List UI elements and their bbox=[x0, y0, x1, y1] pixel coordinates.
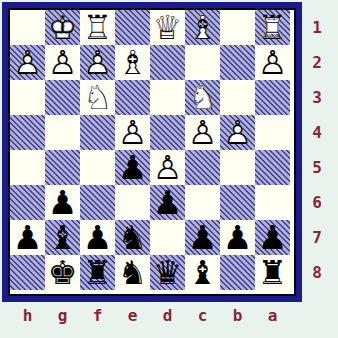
white-king: ♔ bbox=[45, 10, 80, 45]
white-pawn: ♙ bbox=[255, 45, 290, 80]
square-g6[interactable]: ♟ bbox=[45, 185, 80, 220]
rank-label-2: 2 bbox=[308, 45, 326, 80]
square-g7[interactable]: ♝ bbox=[45, 220, 80, 255]
black-pawn: ♟ bbox=[10, 220, 45, 255]
black-bishop: ♝ bbox=[185, 255, 220, 290]
square-d4[interactable] bbox=[150, 115, 185, 150]
white-pawn-fill: ♟ bbox=[255, 45, 290, 80]
square-f4[interactable] bbox=[80, 115, 115, 150]
white-bishop-fill: ♝ bbox=[115, 45, 150, 80]
white-pawn: ♙ bbox=[115, 115, 150, 150]
square-b6[interactable] bbox=[220, 185, 255, 220]
file-label-h: h bbox=[10, 305, 45, 327]
square-c5[interactable] bbox=[185, 150, 220, 185]
black-queen: ♛ bbox=[150, 255, 185, 290]
white-pawn: ♙ bbox=[45, 45, 80, 80]
square-h7[interactable]: ♟ bbox=[10, 220, 45, 255]
square-g5[interactable] bbox=[45, 150, 80, 185]
square-c6[interactable] bbox=[185, 185, 220, 220]
white-knight: ♘ bbox=[185, 80, 220, 115]
white-pawn-fill: ♟ bbox=[185, 115, 220, 150]
square-d8[interactable]: ♛ bbox=[150, 255, 185, 290]
black-knight: ♞ bbox=[115, 255, 150, 290]
file-label-c: c bbox=[185, 305, 220, 327]
black-rook: ♜ bbox=[255, 255, 290, 290]
square-d6[interactable]: ♟ bbox=[150, 185, 185, 220]
square-c7[interactable]: ♟ bbox=[185, 220, 220, 255]
square-b5[interactable] bbox=[220, 150, 255, 185]
black-pawn: ♟ bbox=[220, 220, 255, 255]
square-h4[interactable] bbox=[10, 115, 45, 150]
rank-label-8: 8 bbox=[308, 255, 326, 290]
file-label-g: g bbox=[45, 305, 80, 327]
rank-label-3: 3 bbox=[308, 80, 326, 115]
square-f3[interactable]: ♞♘ bbox=[80, 80, 115, 115]
white-pawn-fill: ♟ bbox=[220, 115, 255, 150]
rank-labels: 12345678 bbox=[308, 10, 326, 290]
square-a1[interactable]: ♜♖ bbox=[255, 10, 290, 45]
file-label-f: f bbox=[80, 305, 115, 327]
square-e8[interactable]: ♞ bbox=[115, 255, 150, 290]
square-h3[interactable] bbox=[10, 80, 45, 115]
square-f7[interactable]: ♟ bbox=[80, 220, 115, 255]
square-f6[interactable] bbox=[80, 185, 115, 220]
black-pawn: ♟ bbox=[80, 220, 115, 255]
rank-label-1: 1 bbox=[308, 10, 326, 45]
square-a4[interactable] bbox=[255, 115, 290, 150]
square-e3[interactable] bbox=[115, 80, 150, 115]
square-b1[interactable] bbox=[220, 10, 255, 45]
square-h1[interactable] bbox=[10, 10, 45, 45]
square-e5[interactable]: ♟ bbox=[115, 150, 150, 185]
file-label-d: d bbox=[150, 305, 185, 327]
black-pawn: ♟ bbox=[115, 150, 150, 185]
square-f5[interactable] bbox=[80, 150, 115, 185]
square-b3[interactable] bbox=[220, 80, 255, 115]
black-pawn: ♟ bbox=[150, 185, 185, 220]
square-e2[interactable]: ♝♗ bbox=[115, 45, 150, 80]
square-e4[interactable]: ♟♙ bbox=[115, 115, 150, 150]
square-a2[interactable]: ♟♙ bbox=[255, 45, 290, 80]
white-queen-fill: ♛ bbox=[150, 10, 185, 45]
board-frame: ♚♔♜♖♛♕♝♗♜♖♟♙♟♙♟♙♝♗♟♙♞♘♞♘♟♙♟♙♟♙♟♟♙♟♟♟♝♟♞♟… bbox=[8, 8, 296, 296]
square-h2[interactable]: ♟♙ bbox=[10, 45, 45, 80]
square-f1[interactable]: ♜♖ bbox=[80, 10, 115, 45]
square-g4[interactable] bbox=[45, 115, 80, 150]
white-king-fill: ♚ bbox=[45, 10, 80, 45]
rank-label-5: 5 bbox=[308, 150, 326, 185]
square-c8[interactable]: ♝ bbox=[185, 255, 220, 290]
file-label-b: b bbox=[220, 305, 255, 327]
square-c1[interactable]: ♝♗ bbox=[185, 10, 220, 45]
square-a7[interactable]: ♟ bbox=[255, 220, 290, 255]
square-g3[interactable] bbox=[45, 80, 80, 115]
white-pawn-fill: ♟ bbox=[45, 45, 80, 80]
board-grid: ♚♔♜♖♛♕♝♗♜♖♟♙♟♙♟♙♝♗♟♙♞♘♞♘♟♙♟♙♟♙♟♟♙♟♟♟♝♟♞♟… bbox=[10, 10, 290, 290]
white-bishop: ♗ bbox=[115, 45, 150, 80]
square-h5[interactable] bbox=[10, 150, 45, 185]
white-queen: ♕ bbox=[150, 10, 185, 45]
square-b2[interactable] bbox=[220, 45, 255, 80]
white-rook-fill: ♜ bbox=[255, 10, 290, 45]
black-bishop: ♝ bbox=[45, 220, 80, 255]
black-pawn: ♟ bbox=[185, 220, 220, 255]
white-rook: ♖ bbox=[255, 10, 290, 45]
square-c4[interactable]: ♟♙ bbox=[185, 115, 220, 150]
square-g1[interactable]: ♚♔ bbox=[45, 10, 80, 45]
square-c3[interactable]: ♞♘ bbox=[185, 80, 220, 115]
rank-label-7: 7 bbox=[308, 220, 326, 255]
square-h8[interactable] bbox=[10, 255, 45, 290]
square-a8[interactable]: ♜ bbox=[255, 255, 290, 290]
black-rook: ♜ bbox=[80, 255, 115, 290]
white-pawn: ♙ bbox=[10, 45, 45, 80]
black-pawn: ♟ bbox=[45, 185, 80, 220]
square-e7[interactable]: ♞ bbox=[115, 220, 150, 255]
square-e6[interactable] bbox=[115, 185, 150, 220]
square-d7[interactable] bbox=[150, 220, 185, 255]
black-knight: ♞ bbox=[115, 220, 150, 255]
square-g8[interactable]: ♚ bbox=[45, 255, 80, 290]
white-pawn: ♙ bbox=[185, 115, 220, 150]
square-d3[interactable] bbox=[150, 80, 185, 115]
square-f2[interactable]: ♟♙ bbox=[80, 45, 115, 80]
file-label-a: a bbox=[255, 305, 290, 327]
file-label-e: e bbox=[115, 305, 150, 327]
square-h6[interactable] bbox=[10, 185, 45, 220]
square-b8[interactable] bbox=[220, 255, 255, 290]
white-pawn-fill: ♟ bbox=[115, 115, 150, 150]
white-knight-fill: ♞ bbox=[80, 80, 115, 115]
square-c2[interactable] bbox=[185, 45, 220, 80]
square-a3[interactable] bbox=[255, 80, 290, 115]
black-king: ♚ bbox=[45, 255, 80, 290]
rank-label-4: 4 bbox=[308, 115, 326, 150]
square-d2[interactable] bbox=[150, 45, 185, 80]
white-pawn: ♙ bbox=[220, 115, 255, 150]
white-knight: ♘ bbox=[80, 80, 115, 115]
square-f8[interactable]: ♜ bbox=[80, 255, 115, 290]
white-pawn-fill: ♟ bbox=[150, 150, 185, 185]
file-labels: hgfedcba bbox=[10, 305, 290, 327]
square-g2[interactable]: ♟♙ bbox=[45, 45, 80, 80]
square-a6[interactable] bbox=[255, 185, 290, 220]
white-pawn-fill: ♟ bbox=[80, 45, 115, 80]
chess-board: ♚♔♜♖♛♕♝♗♜♖♟♙♟♙♟♙♝♗♟♙♞♘♞♘♟♙♟♙♟♙♟♟♙♟♟♟♝♟♞♟… bbox=[2, 2, 302, 302]
rank-label-6: 6 bbox=[308, 185, 326, 220]
square-a5[interactable] bbox=[255, 150, 290, 185]
white-pawn: ♙ bbox=[150, 150, 185, 185]
white-knight-fill: ♞ bbox=[185, 80, 220, 115]
white-bishop-fill: ♝ bbox=[185, 10, 220, 45]
white-bishop: ♗ bbox=[185, 10, 220, 45]
white-rook: ♖ bbox=[80, 10, 115, 45]
white-rook-fill: ♜ bbox=[80, 10, 115, 45]
black-pawn: ♟ bbox=[255, 220, 290, 255]
square-b7[interactable]: ♟ bbox=[220, 220, 255, 255]
white-pawn-fill: ♟ bbox=[10, 45, 45, 80]
square-b4[interactable]: ♟♙ bbox=[220, 115, 255, 150]
square-e1[interactable] bbox=[115, 10, 150, 45]
square-d5[interactable]: ♟♙ bbox=[150, 150, 185, 185]
square-d1[interactable]: ♛♕ bbox=[150, 10, 185, 45]
white-pawn: ♙ bbox=[80, 45, 115, 80]
